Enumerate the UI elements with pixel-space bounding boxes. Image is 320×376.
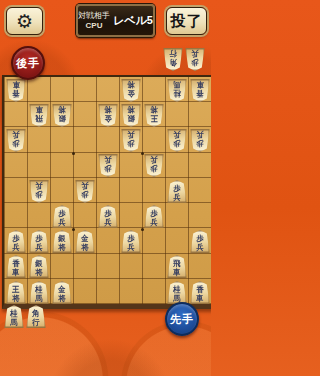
piece-7i-金将[interactable]: 金将	[52, 281, 72, 304]
piece-8i-桂馬[interactable]: 桂馬	[29, 281, 49, 304]
piece-4a-金将[interactable]: 金将	[121, 79, 141, 102]
piece-6g-金将[interactable]: 金将	[75, 230, 95, 253]
opponent-type: CPU	[86, 21, 103, 30]
gear-icon: ⚙	[16, 12, 33, 31]
piece-2i-桂馬[interactable]: 桂馬	[167, 281, 187, 304]
piece-1a-香車[interactable]: 香車	[190, 79, 210, 102]
piece-7g-銀将[interactable]: 銀将	[52, 230, 72, 253]
piece-9c-歩兵[interactable]: 歩兵	[6, 129, 26, 152]
star-point	[141, 228, 144, 231]
gote-captured-tray: 角行歩兵	[163, 48, 205, 71]
piece-7b-銀将[interactable]: 銀将	[52, 104, 72, 127]
opponent-info-panel: 対戦相手 CPU レベル5	[76, 4, 155, 37]
piece-hand-桂馬[interactable]: 桂馬	[4, 305, 24, 328]
piece-7f-歩兵[interactable]: 歩兵	[52, 205, 72, 228]
opponent-label: 対戦相手	[78, 11, 110, 21]
piece-4c-歩兵[interactable]: 歩兵	[121, 129, 141, 152]
piece-8e-歩兵[interactable]: 歩兵	[29, 180, 49, 203]
piece-2e-歩兵[interactable]: 歩兵	[167, 180, 187, 203]
piece-9h-香車[interactable]: 香車	[6, 255, 26, 278]
piece-hand-角行[interactable]: 角行	[163, 48, 183, 71]
resign-button[interactable]: 投了	[166, 7, 207, 35]
piece-4b-銀将[interactable]: 銀将	[121, 104, 141, 127]
piece-9i-王将[interactable]: 王将	[6, 281, 26, 304]
piece-5d-歩兵[interactable]: 歩兵	[98, 154, 118, 177]
sente-badge: 先手	[165, 302, 199, 336]
piece-2h-飛車[interactable]: 飛車	[167, 255, 187, 278]
settings-button[interactable]: ⚙	[6, 7, 43, 35]
star-point	[72, 152, 75, 155]
piece-1g-歩兵[interactable]: 歩兵	[190, 230, 210, 253]
piece-8h-銀将[interactable]: 銀将	[29, 255, 49, 278]
piece-8b-飛車[interactable]: 飛車	[29, 104, 49, 127]
piece-4g-歩兵[interactable]: 歩兵	[121, 230, 141, 253]
piece-2c-歩兵[interactable]: 歩兵	[167, 129, 187, 152]
piece-8g-歩兵[interactable]: 歩兵	[29, 230, 49, 253]
shogi-board[interactable]: 香車金将桂馬香車飛車銀将金将銀将王将歩兵歩兵歩兵歩兵歩兵歩兵歩兵歩兵歩兵歩兵歩兵…	[2, 75, 211, 309]
gote-badge: 後手	[11, 46, 45, 80]
piece-2a-桂馬[interactable]: 桂馬	[167, 79, 187, 102]
piece-1i-香車[interactable]: 香車	[190, 281, 210, 304]
piece-3b-王将[interactable]: 王将	[144, 104, 164, 127]
star-point	[141, 152, 144, 155]
piece-3f-歩兵[interactable]: 歩兵	[144, 205, 164, 228]
piece-3d-歩兵[interactable]: 歩兵	[144, 154, 164, 177]
piece-9a-香車[interactable]: 香車	[6, 79, 26, 102]
piece-5f-歩兵[interactable]: 歩兵	[98, 205, 118, 228]
piece-6e-歩兵[interactable]: 歩兵	[75, 180, 95, 203]
piece-5b-金将[interactable]: 金将	[98, 104, 118, 127]
piece-hand-角行[interactable]: 角行	[26, 305, 46, 328]
piece-9g-歩兵[interactable]: 歩兵	[6, 230, 26, 253]
piece-hand-歩兵[interactable]: 歩兵	[185, 48, 205, 71]
cpu-level-label: レベル5	[113, 13, 153, 28]
star-point	[72, 228, 75, 231]
sente-captured-tray: 桂馬角行	[4, 305, 46, 328]
piece-1c-歩兵[interactable]: 歩兵	[190, 129, 210, 152]
